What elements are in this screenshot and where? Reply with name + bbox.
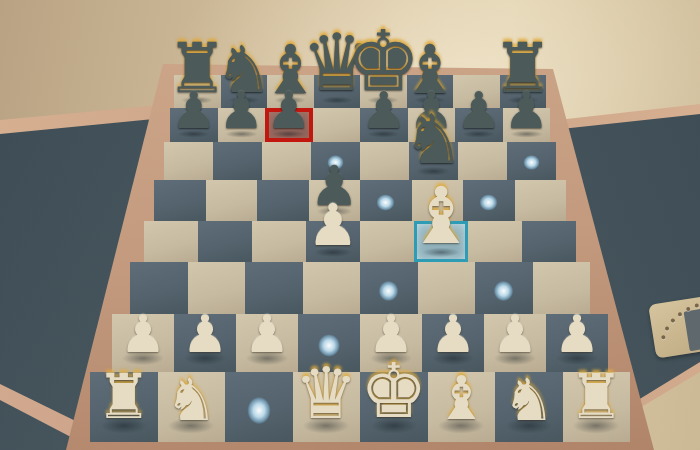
- piece-white-rook-h1[interactable]: ♜: [568, 367, 624, 429]
- piece-white-rook-a1[interactable]: ♜: [96, 367, 152, 429]
- piece-black-pawn-b7[interactable]: ♟: [218, 85, 264, 136]
- piece-white-pawn-d4[interactable]: ♟: [307, 197, 359, 255]
- piece-black-knight-f6[interactable]: ♞: [403, 106, 464, 174]
- piece-white-pawn-g2[interactable]: ♟: [492, 309, 538, 361]
- piece-white-knight-g1[interactable]: ♞: [503, 370, 555, 428]
- piece-white-pawn-a2[interactable]: ♟: [120, 309, 166, 361]
- move-dot-h6[interactable]: [521, 153, 543, 172]
- move-dot-e3[interactable]: [376, 278, 401, 304]
- piece-white-king-e1[interactable]: ♚: [360, 354, 428, 429]
- piece-black-pawn-a7[interactable]: ♟: [171, 85, 217, 136]
- piece-white-knight-b1[interactable]: ♞: [165, 370, 217, 428]
- move-dot-e5[interactable]: [374, 192, 397, 213]
- chess-game-screen: ♜♞♝♛♚♝♜♟♟♟♟♟♟♟♞♟♟♝♟♟♟♟♟♟♟♜♞♛♚♝♞♜: [0, 0, 700, 450]
- piece-white-bishop-f4[interactable]: ♝: [406, 177, 476, 255]
- piece-black-pawn-c7[interactable]: ♟: [266, 85, 312, 136]
- piece-white-queen-d1[interactable]: ♛: [294, 358, 358, 429]
- move-dot-g3[interactable]: [491, 278, 516, 304]
- piece-black-pawn-e7[interactable]: ♟: [361, 85, 407, 136]
- piece-black-pawn-h7[interactable]: ♟: [503, 85, 549, 136]
- piece-white-bishop-f1[interactable]: ♝: [434, 368, 488, 429]
- piece-layer: ♜♞♝♛♚♝♜♟♟♟♟♟♟♟♞♟♟♝♟♟♟♟♟♟♟♜♞♛♚♝♞♜: [0, 0, 700, 450]
- move-dot-g5[interactable]: [477, 192, 500, 213]
- piece-white-pawn-b2[interactable]: ♟: [182, 309, 228, 361]
- move-dot-c1[interactable]: [244, 393, 274, 428]
- piece-white-pawn-f2[interactable]: ♟: [430, 309, 476, 361]
- piece-white-pawn-c2[interactable]: ♟: [244, 309, 290, 361]
- piece-white-pawn-h2[interactable]: ♟: [554, 309, 600, 361]
